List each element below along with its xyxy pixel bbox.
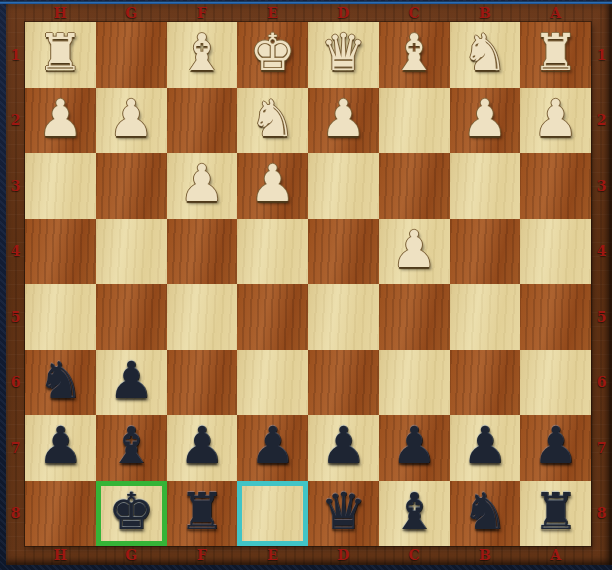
square-f4[interactable] — [167, 219, 238, 285]
piece-black-knight[interactable]: ♞ — [462, 486, 508, 537]
rank-label-left-7: 7 — [6, 415, 25, 481]
square-b6[interactable] — [450, 350, 521, 416]
square-e2[interactable]: ♞ — [237, 88, 308, 154]
file-label-top-d: D — [308, 4, 379, 22]
file-labels-bottom: HGFEDCBA — [25, 545, 591, 565]
file-label-top-c: C — [379, 4, 450, 22]
square-a2[interactable]: ♟ — [520, 88, 591, 154]
piece-white-rook[interactable]: ♜ — [533, 27, 579, 78]
file-labels-top: HGFEDCBA — [25, 4, 591, 22]
app-window: HGFEDCBA 12345678 12345678 ♜♝♚♛♝♞♜♟♟♞♟♟♟… — [0, 0, 612, 570]
square-g8[interactable]: ♚ — [96, 481, 167, 547]
piece-black-king[interactable]: ♚ — [108, 486, 154, 537]
file-label-top-f: F — [167, 4, 238, 22]
piece-white-pawn[interactable]: ♟ — [108, 93, 154, 144]
square-b2[interactable]: ♟ — [450, 88, 521, 154]
square-c3[interactable] — [379, 153, 450, 219]
piece-white-king[interactable]: ♚ — [250, 27, 296, 78]
square-a1[interactable]: ♜ — [520, 22, 591, 88]
piece-white-pawn[interactable]: ♟ — [462, 93, 508, 144]
square-e5[interactable] — [237, 284, 308, 350]
square-d8[interactable]: ♛ — [308, 481, 379, 547]
file-label-bottom-b: B — [450, 545, 521, 565]
square-d6[interactable] — [308, 350, 379, 416]
square-f2[interactable] — [167, 88, 238, 154]
rank-label-right-7: 7 — [591, 415, 612, 481]
square-e8[interactable] — [237, 481, 308, 547]
file-label-bottom-a: A — [520, 545, 591, 565]
square-d4[interactable] — [308, 219, 379, 285]
square-g3[interactable] — [96, 153, 167, 219]
square-d2[interactable]: ♟ — [308, 88, 379, 154]
square-h3[interactable] — [25, 153, 96, 219]
square-c2[interactable] — [379, 88, 450, 154]
square-d3[interactable] — [308, 153, 379, 219]
board-frame: HGFEDCBA 12345678 12345678 ♜♝♚♛♝♞♜♟♟♞♟♟♟… — [6, 4, 612, 565]
chess-board: ♜♝♚♛♝♞♜♟♟♞♟♟♟♟♟♟♞♟♟♝♟♟♟♟♟♟♚♜♛♝♞♜ — [25, 22, 591, 546]
square-c5[interactable] — [379, 284, 450, 350]
piece-white-pawn[interactable]: ♟ — [179, 158, 225, 209]
square-d1[interactable]: ♛ — [308, 22, 379, 88]
square-g6[interactable]: ♟ — [96, 350, 167, 416]
rank-labels-right: 12345678 — [591, 22, 612, 546]
square-h8[interactable] — [25, 481, 96, 547]
square-f5[interactable] — [167, 284, 238, 350]
square-a6[interactable] — [520, 350, 591, 416]
piece-black-bishop[interactable]: ♝ — [391, 486, 437, 537]
rank-label-left-5: 5 — [6, 284, 25, 350]
rank-label-right-8: 8 — [591, 481, 612, 547]
file-label-bottom-g: G — [96, 545, 167, 565]
piece-white-knight[interactable]: ♞ — [462, 27, 508, 78]
square-b1[interactable]: ♞ — [450, 22, 521, 88]
piece-white-pawn[interactable]: ♟ — [321, 93, 367, 144]
piece-black-queen[interactable]: ♛ — [321, 486, 367, 537]
rank-label-left-8: 8 — [6, 481, 25, 547]
file-label-top-a: A — [520, 4, 591, 22]
square-f1[interactable]: ♝ — [167, 22, 238, 88]
file-label-top-e: E — [237, 4, 308, 22]
rank-label-left-3: 3 — [6, 153, 25, 219]
square-b4[interactable] — [450, 219, 521, 285]
piece-white-pawn[interactable]: ♟ — [533, 93, 579, 144]
square-a8[interactable]: ♜ — [520, 481, 591, 547]
piece-black-rook[interactable]: ♜ — [533, 486, 579, 537]
rank-label-right-5: 5 — [591, 284, 612, 350]
file-label-bottom-c: C — [379, 545, 450, 565]
file-label-top-h: H — [25, 4, 96, 22]
rank-label-right-4: 4 — [591, 219, 612, 285]
square-h4[interactable] — [25, 219, 96, 285]
square-f3[interactable]: ♟ — [167, 153, 238, 219]
piece-black-rook[interactable]: ♜ — [179, 486, 225, 537]
piece-black-pawn[interactable]: ♟ — [179, 420, 225, 471]
file-label-top-g: G — [96, 4, 167, 22]
piece-white-pawn[interactable]: ♟ — [391, 224, 437, 275]
rank-label-right-1: 1 — [591, 22, 612, 88]
piece-white-bishop[interactable]: ♝ — [391, 27, 437, 78]
square-g5[interactable] — [96, 284, 167, 350]
square-a3[interactable] — [520, 153, 591, 219]
file-label-bottom-e: E — [237, 545, 308, 565]
piece-white-knight[interactable]: ♞ — [250, 93, 296, 144]
square-d7[interactable]: ♟ — [308, 415, 379, 481]
piece-black-pawn[interactable]: ♟ — [38, 420, 84, 471]
file-label-top-b: B — [450, 4, 521, 22]
square-e7[interactable]: ♟ — [237, 415, 308, 481]
square-a5[interactable] — [520, 284, 591, 350]
square-f6[interactable] — [167, 350, 238, 416]
piece-white-pawn[interactable]: ♟ — [38, 93, 84, 144]
piece-black-pawn[interactable]: ♟ — [321, 420, 367, 471]
square-a7[interactable]: ♟ — [520, 415, 591, 481]
piece-white-rook[interactable]: ♜ — [38, 27, 84, 78]
rank-label-left-4: 4 — [6, 219, 25, 285]
square-e4[interactable] — [237, 219, 308, 285]
square-h6[interactable]: ♞ — [25, 350, 96, 416]
square-c8[interactable]: ♝ — [379, 481, 450, 547]
square-e6[interactable] — [237, 350, 308, 416]
square-h5[interactable] — [25, 284, 96, 350]
rank-label-right-2: 2 — [591, 88, 612, 154]
piece-white-bishop[interactable]: ♝ — [179, 27, 225, 78]
square-c1[interactable]: ♝ — [379, 22, 450, 88]
square-f8[interactable]: ♜ — [167, 481, 238, 547]
square-a4[interactable] — [520, 219, 591, 285]
square-b5[interactable] — [450, 284, 521, 350]
file-label-bottom-h: H — [25, 545, 96, 565]
square-e3[interactable]: ♟ — [237, 153, 308, 219]
piece-black-pawn[interactable]: ♟ — [533, 420, 579, 471]
piece-black-pawn[interactable]: ♟ — [108, 355, 154, 406]
square-c6[interactable] — [379, 350, 450, 416]
square-c4[interactable]: ♟ — [379, 219, 450, 285]
square-d5[interactable] — [308, 284, 379, 350]
square-b7[interactable]: ♟ — [450, 415, 521, 481]
square-h7[interactable]: ♟ — [25, 415, 96, 481]
rank-label-left-6: 6 — [6, 350, 25, 416]
rank-label-left-2: 2 — [6, 88, 25, 154]
square-f7[interactable]: ♟ — [167, 415, 238, 481]
piece-black-knight[interactable]: ♞ — [38, 355, 84, 406]
piece-black-pawn[interactable]: ♟ — [250, 420, 296, 471]
piece-white-queen[interactable]: ♛ — [321, 27, 367, 78]
rank-labels-left: 12345678 — [6, 22, 25, 546]
piece-black-pawn[interactable]: ♟ — [462, 420, 508, 471]
piece-white-pawn[interactable]: ♟ — [250, 158, 296, 209]
rank-label-right-3: 3 — [591, 153, 612, 219]
file-label-bottom-f: F — [167, 545, 238, 565]
rank-label-right-6: 6 — [591, 350, 612, 416]
piece-black-bishop[interactable]: ♝ — [108, 420, 154, 471]
piece-black-pawn[interactable]: ♟ — [391, 420, 437, 471]
square-g7[interactable]: ♝ — [96, 415, 167, 481]
square-b8[interactable]: ♞ — [450, 481, 521, 547]
square-g1[interactable] — [96, 22, 167, 88]
square-h1[interactable]: ♜ — [25, 22, 96, 88]
file-label-bottom-d: D — [308, 545, 379, 565]
square-h2[interactable]: ♟ — [25, 88, 96, 154]
square-e1[interactable]: ♚ — [237, 22, 308, 88]
square-b3[interactable] — [450, 153, 521, 219]
square-c7[interactable]: ♟ — [379, 415, 450, 481]
rank-label-left-1: 1 — [6, 22, 25, 88]
square-g2[interactable]: ♟ — [96, 88, 167, 154]
square-g4[interactable] — [96, 219, 167, 285]
